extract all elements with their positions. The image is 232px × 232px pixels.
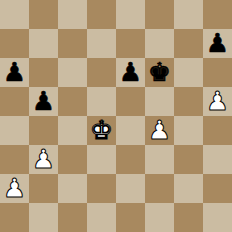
square-e1[interactable] bbox=[116, 203, 145, 232]
white-pawn[interactable]: ♟ bbox=[206, 87, 229, 116]
square-c4[interactable] bbox=[58, 116, 87, 145]
square-h6[interactable] bbox=[203, 58, 232, 87]
square-h4[interactable] bbox=[203, 116, 232, 145]
square-d6[interactable] bbox=[87, 58, 116, 87]
black-pawn[interactable]: ♟ bbox=[3, 58, 26, 87]
square-a8[interactable] bbox=[0, 0, 29, 29]
square-a5[interactable] bbox=[0, 87, 29, 116]
square-a4[interactable] bbox=[0, 116, 29, 145]
square-e3[interactable] bbox=[116, 145, 145, 174]
square-e5[interactable] bbox=[116, 87, 145, 116]
square-f2[interactable] bbox=[145, 174, 174, 203]
square-g8[interactable] bbox=[174, 0, 203, 29]
square-b4[interactable] bbox=[29, 116, 58, 145]
square-a3[interactable] bbox=[0, 145, 29, 174]
square-h3[interactable] bbox=[203, 145, 232, 174]
square-c7[interactable] bbox=[58, 29, 87, 58]
square-c1[interactable] bbox=[58, 203, 87, 232]
square-d3[interactable] bbox=[87, 145, 116, 174]
square-f6[interactable]: ♚ bbox=[145, 58, 174, 87]
black-pawn[interactable]: ♟ bbox=[206, 29, 229, 58]
square-b6[interactable] bbox=[29, 58, 58, 87]
square-e6[interactable]: ♟ bbox=[116, 58, 145, 87]
square-f5[interactable] bbox=[145, 87, 174, 116]
square-a1[interactable] bbox=[0, 203, 29, 232]
square-h8[interactable] bbox=[203, 0, 232, 29]
white-king[interactable]: ♚ bbox=[90, 116, 113, 145]
white-pawn[interactable]: ♟ bbox=[3, 174, 26, 203]
chess-board: ♟♟♟♚♟♟♚♟♟♟ bbox=[0, 0, 232, 232]
square-e2[interactable] bbox=[116, 174, 145, 203]
square-f3[interactable] bbox=[145, 145, 174, 174]
square-d5[interactable] bbox=[87, 87, 116, 116]
square-e4[interactable] bbox=[116, 116, 145, 145]
square-d7[interactable] bbox=[87, 29, 116, 58]
black-pawn[interactable]: ♟ bbox=[32, 87, 55, 116]
square-e8[interactable] bbox=[116, 0, 145, 29]
square-d1[interactable] bbox=[87, 203, 116, 232]
square-c3[interactable] bbox=[58, 145, 87, 174]
square-g6[interactable] bbox=[174, 58, 203, 87]
square-f4[interactable]: ♟ bbox=[145, 116, 174, 145]
white-pawn[interactable]: ♟ bbox=[32, 145, 55, 174]
square-g3[interactable] bbox=[174, 145, 203, 174]
square-b3[interactable]: ♟ bbox=[29, 145, 58, 174]
square-h1[interactable] bbox=[203, 203, 232, 232]
white-pawn[interactable]: ♟ bbox=[148, 116, 171, 145]
square-h5[interactable]: ♟ bbox=[203, 87, 232, 116]
square-a2[interactable]: ♟ bbox=[0, 174, 29, 203]
square-c2[interactable] bbox=[58, 174, 87, 203]
square-f8[interactable] bbox=[145, 0, 174, 29]
square-b2[interactable] bbox=[29, 174, 58, 203]
black-king[interactable]: ♚ bbox=[148, 58, 171, 87]
square-c5[interactable] bbox=[58, 87, 87, 116]
square-c8[interactable] bbox=[58, 0, 87, 29]
square-b8[interactable] bbox=[29, 0, 58, 29]
square-d4[interactable]: ♚ bbox=[87, 116, 116, 145]
square-b5[interactable]: ♟ bbox=[29, 87, 58, 116]
square-a7[interactable] bbox=[0, 29, 29, 58]
square-c6[interactable] bbox=[58, 58, 87, 87]
square-b7[interactable] bbox=[29, 29, 58, 58]
square-h2[interactable] bbox=[203, 174, 232, 203]
square-g2[interactable] bbox=[174, 174, 203, 203]
square-g1[interactable] bbox=[174, 203, 203, 232]
square-a6[interactable]: ♟ bbox=[0, 58, 29, 87]
square-h7[interactable]: ♟ bbox=[203, 29, 232, 58]
square-g4[interactable] bbox=[174, 116, 203, 145]
square-g7[interactable] bbox=[174, 29, 203, 58]
square-f7[interactable] bbox=[145, 29, 174, 58]
square-b1[interactable] bbox=[29, 203, 58, 232]
square-d2[interactable] bbox=[87, 174, 116, 203]
square-f1[interactable] bbox=[145, 203, 174, 232]
square-d8[interactable] bbox=[87, 0, 116, 29]
square-g5[interactable] bbox=[174, 87, 203, 116]
black-pawn[interactable]: ♟ bbox=[119, 58, 142, 87]
square-e7[interactable] bbox=[116, 29, 145, 58]
